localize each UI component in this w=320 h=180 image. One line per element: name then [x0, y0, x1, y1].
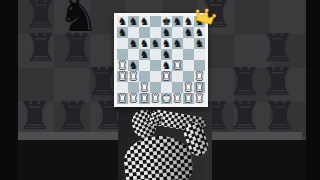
- mannequin-torso: [122, 133, 195, 180]
- video-frame: ♜♞♜♜♜♜♜♜♜♜♜♜♜♜♜ ♞♞♞♚♞♞♞♞♞♞♞♞♞♞♞♞♞♞♞♜♞♞♜♜…: [0, 0, 320, 180]
- checkered-mannequin: [0, 0, 320, 180]
